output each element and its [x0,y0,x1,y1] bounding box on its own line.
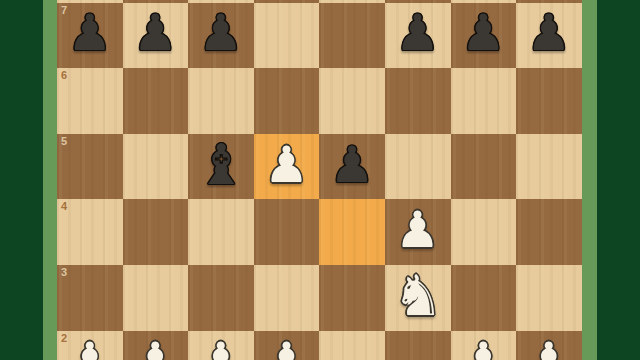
square-e5[interactable]: ♟ [319,134,385,200]
square-d6[interactable] [254,68,320,134]
square-h3[interactable] [516,265,582,331]
square-h7[interactable]: ♟ [516,3,582,69]
square-d5[interactable]: ♟ [254,134,320,200]
square-a6[interactable]: 6 [57,68,123,134]
square-h2[interactable]: ♟ [516,331,582,360]
square-f3[interactable]: ♞ [385,265,451,331]
square-d3[interactable] [254,265,320,331]
square-e4[interactable] [319,199,385,265]
square-h5[interactable] [516,134,582,200]
black-pawn-icon[interactable]: ♟ [199,8,244,58]
square-g3[interactable] [451,265,517,331]
square-a2[interactable]: 2♟ [57,331,123,360]
right-green-strip [582,0,597,360]
white-knight-icon[interactable]: ♞ [393,268,443,324]
rank-label-6: 6 [61,70,67,81]
square-d4[interactable] [254,199,320,265]
square-e6[interactable] [319,68,385,134]
square-a5[interactable]: 5 [57,134,123,200]
white-pawn-icon[interactable]: ♟ [199,336,244,360]
square-e2[interactable] [319,331,385,360]
square-f7[interactable]: ♟ [385,3,451,69]
white-pawn-icon[interactable]: ♟ [395,205,440,255]
square-d2[interactable]: ♟ [254,331,320,360]
square-g2[interactable]: ♟ [451,331,517,360]
square-b3[interactable] [123,265,189,331]
square-f5[interactable] [385,134,451,200]
video-frame-background: ♜♞♝♛♚♞♜7♟♟♟♟♟♟65♝♟♟4♟3♞2♟♟♟♟♟♟♜♞♝♛♚♝♜ [0,0,640,360]
black-pawn-icon[interactable]: ♟ [527,8,572,58]
black-pawn-icon[interactable]: ♟ [395,8,440,58]
square-d7[interactable] [254,3,320,69]
square-e7[interactable] [319,3,385,69]
black-pawn-icon[interactable]: ♟ [67,8,112,58]
black-pawn-icon[interactable]: ♟ [330,140,375,190]
rank-label-7: 7 [61,5,67,16]
square-g6[interactable] [451,68,517,134]
white-pawn-icon[interactable]: ♟ [264,336,309,360]
square-g5[interactable] [451,134,517,200]
square-f2[interactable] [385,331,451,360]
rank-label-5: 5 [61,136,67,147]
square-g7[interactable]: ♟ [451,3,517,69]
square-b6[interactable] [123,68,189,134]
square-a7[interactable]: 7♟ [57,3,123,69]
rank-label-2: 2 [61,333,67,344]
square-c4[interactable] [188,199,254,265]
square-b7[interactable]: ♟ [123,3,189,69]
square-b2[interactable]: ♟ [123,331,189,360]
square-c3[interactable] [188,265,254,331]
square-c2[interactable]: ♟ [188,331,254,360]
black-pawn-icon[interactable]: ♟ [133,8,178,58]
chess-board[interactable]: ♜♞♝♛♚♞♜7♟♟♟♟♟♟65♝♟♟4♟3♞2♟♟♟♟♟♟♜♞♝♛♚♝♜ [57,0,582,360]
square-h4[interactable] [516,199,582,265]
rank-label-3: 3 [61,267,67,278]
white-pawn-icon[interactable]: ♟ [133,336,178,360]
left-green-strip [43,0,57,360]
square-c7[interactable]: ♟ [188,3,254,69]
square-b4[interactable] [123,199,189,265]
rank-label-4: 4 [61,201,67,212]
square-b5[interactable] [123,134,189,200]
white-pawn-icon[interactable]: ♟ [461,336,506,360]
black-bishop-icon[interactable]: ♝ [196,137,246,193]
square-f4[interactable]: ♟ [385,199,451,265]
square-h6[interactable] [516,68,582,134]
square-g4[interactable] [451,199,517,265]
square-c5[interactable]: ♝ [188,134,254,200]
square-f6[interactable] [385,68,451,134]
black-pawn-icon[interactable]: ♟ [461,8,506,58]
white-pawn-icon[interactable]: ♟ [527,336,572,360]
square-a3[interactable]: 3 [57,265,123,331]
square-a4[interactable]: 4 [57,199,123,265]
square-c6[interactable] [188,68,254,134]
white-pawn-icon[interactable]: ♟ [67,336,112,360]
square-e3[interactable] [319,265,385,331]
white-pawn-icon[interactable]: ♟ [264,140,309,190]
